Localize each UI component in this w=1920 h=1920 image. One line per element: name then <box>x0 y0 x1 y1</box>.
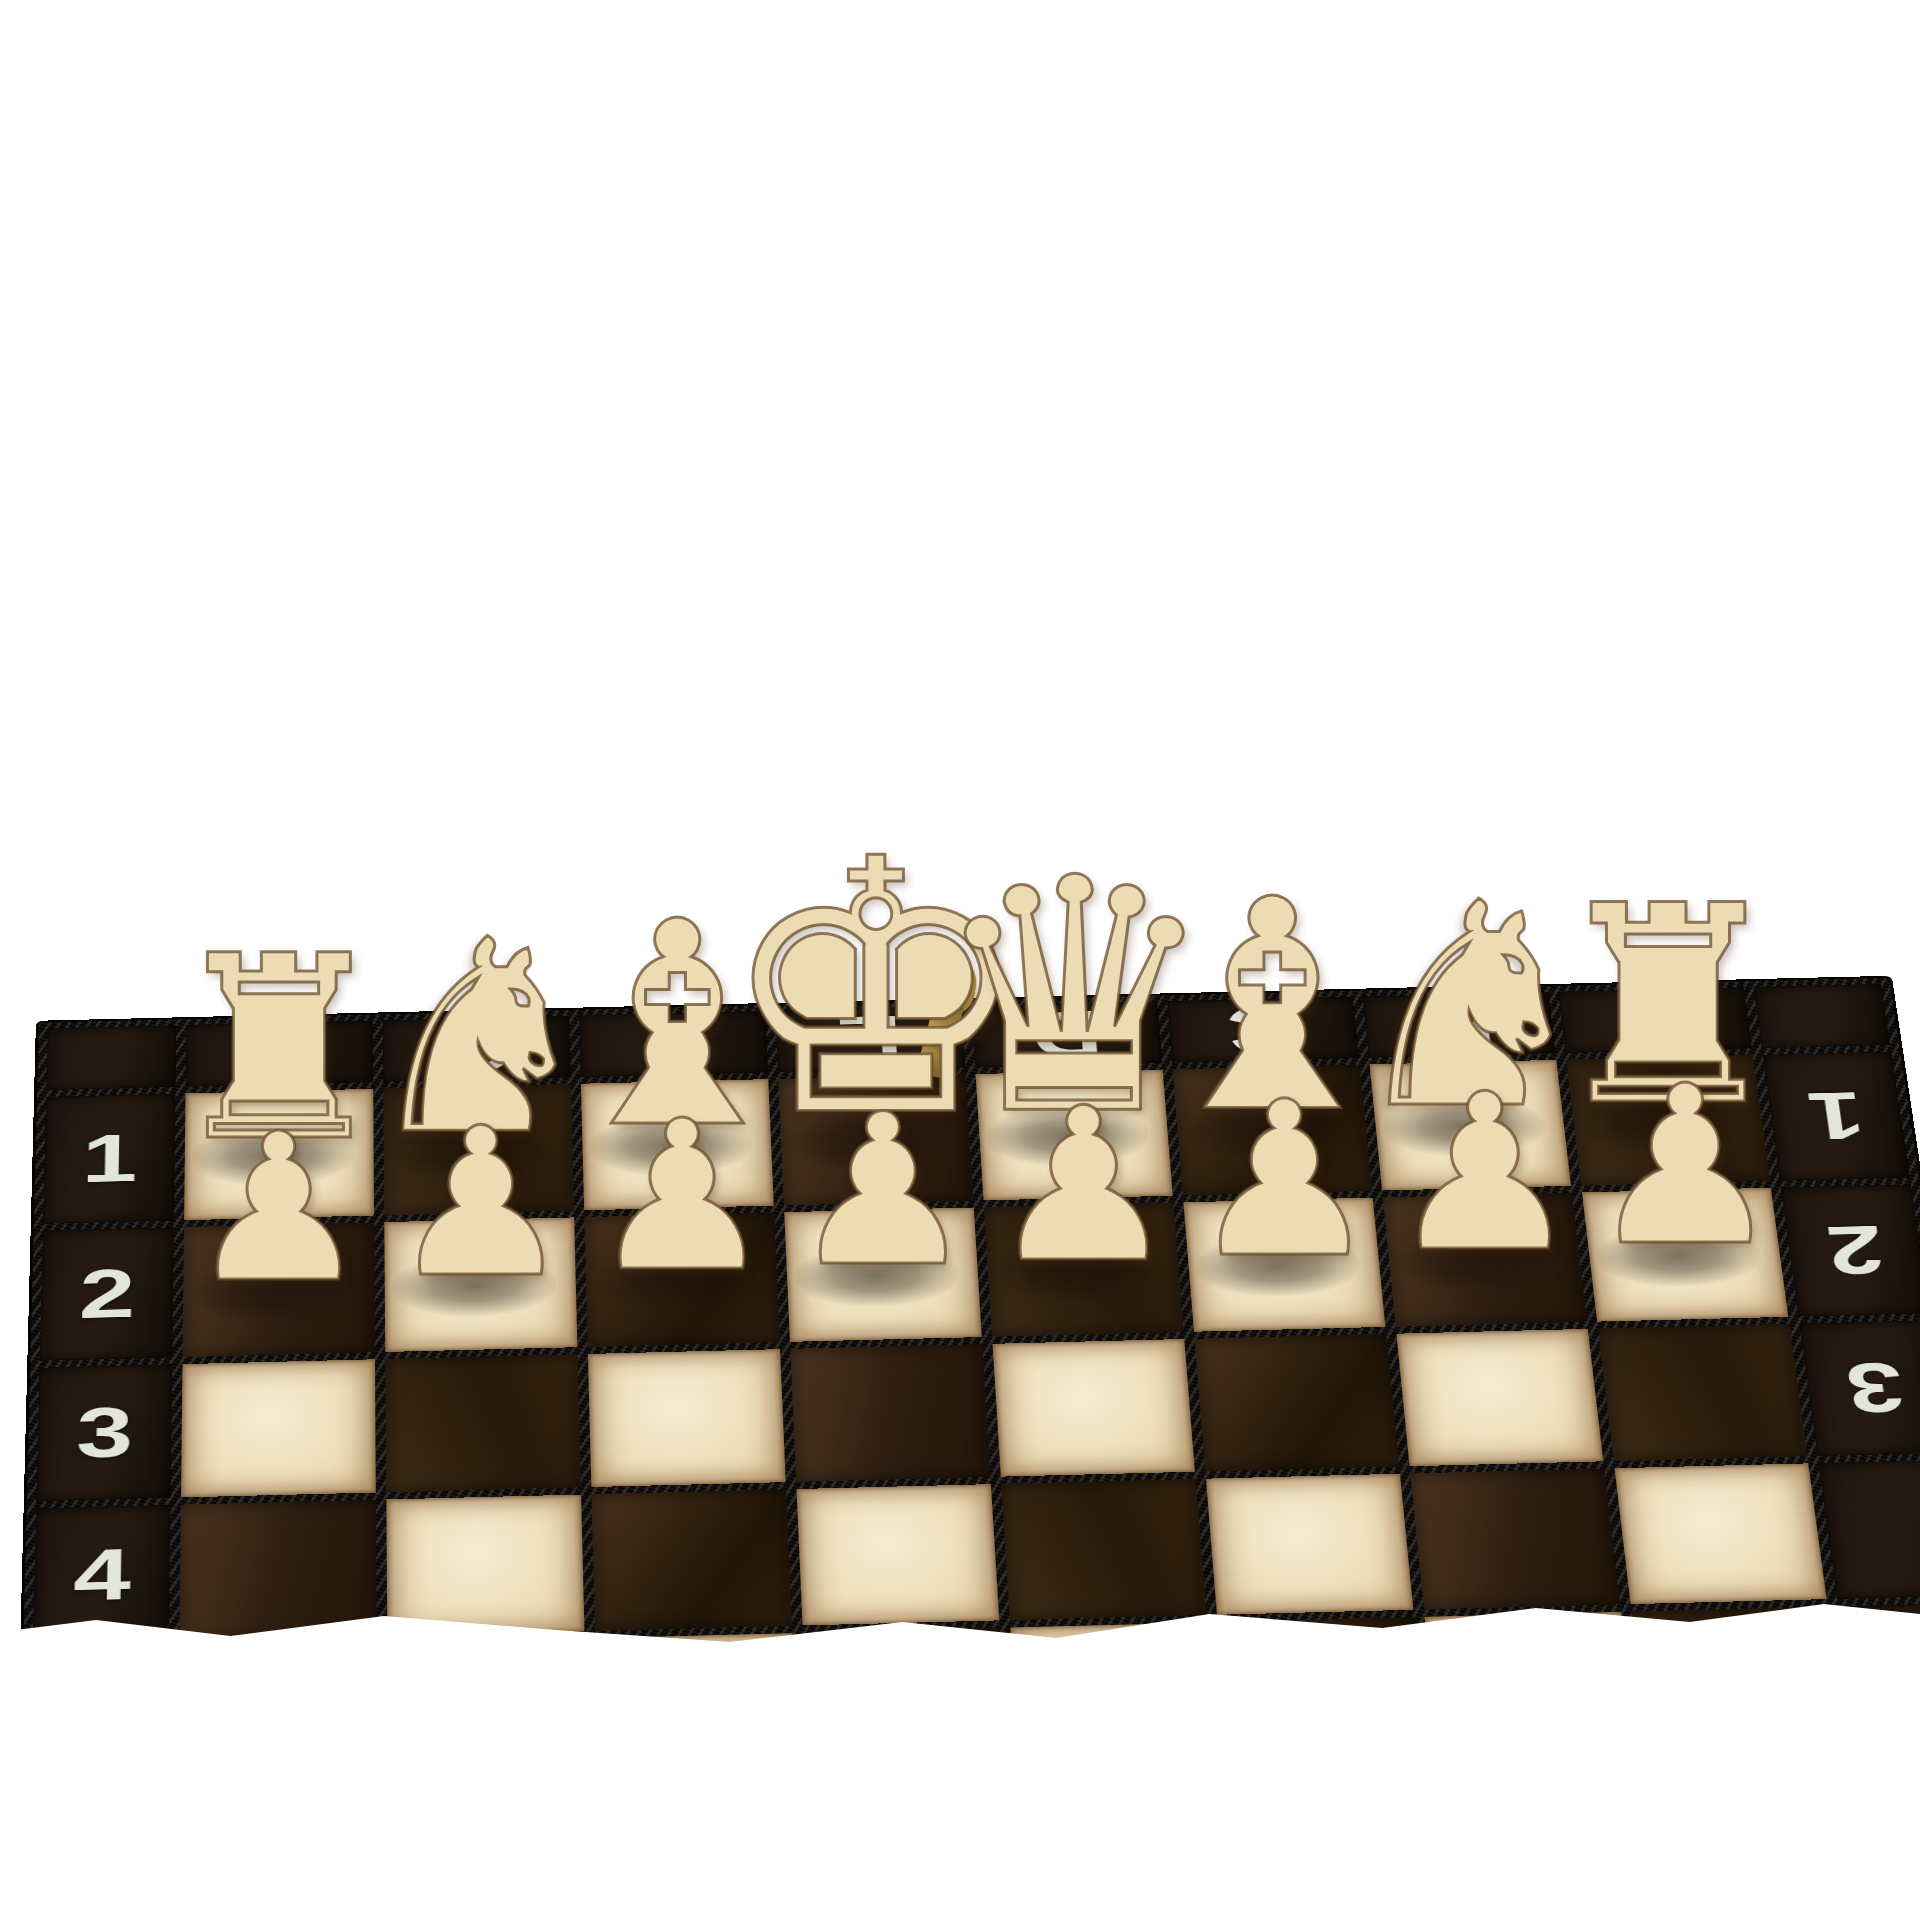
square-c4 <box>1206 1474 1413 1615</box>
file-label-e: E <box>775 1006 965 1072</box>
file-label-c: C <box>1167 997 1359 1063</box>
square-h4 <box>179 1500 376 1642</box>
square-h1 <box>184 1089 374 1220</box>
coordinate-label: B <box>1420 991 1498 1058</box>
piece-shadow <box>392 1254 557 1318</box>
square-h3 <box>181 1359 376 1497</box>
piece-shadow <box>985 1105 1151 1167</box>
piece-shadow <box>589 1115 753 1177</box>
square-d2 <box>984 1203 1184 1337</box>
square-e1 <box>778 1074 973 1205</box>
coordinate-label: H <box>244 1020 315 1087</box>
square-a1 <box>1566 1055 1770 1186</box>
coordinate-label: 2 <box>1822 1215 1887 1284</box>
piece-shadow <box>191 1259 356 1323</box>
rank-label-left-1: 1 <box>43 1094 175 1224</box>
piece-shadow <box>787 1110 952 1172</box>
piece-shadow <box>1578 1090 1747 1152</box>
file-label-b: B <box>1363 992 1556 1058</box>
square-g1 <box>383 1084 574 1215</box>
coordinate-label: 1 <box>1804 1082 1868 1150</box>
coordinate-label: A <box>1615 987 1694 1054</box>
square-f3 <box>588 1349 786 1487</box>
square-d1 <box>976 1069 1173 1200</box>
coordinate-label: 1 <box>81 1124 138 1192</box>
square-c2 <box>1183 1198 1385 1332</box>
file-label-f: F <box>579 1011 768 1077</box>
coordinate-label: 3 <box>1842 1352 1908 1423</box>
piece-shadow <box>593 1249 759 1313</box>
piece-shadow <box>793 1244 960 1308</box>
rank-label-left-3: 3 <box>36 1364 172 1501</box>
square-d3 <box>993 1339 1195 1477</box>
square-e2 <box>784 1208 982 1342</box>
square-h2 <box>183 1222 375 1357</box>
rank-label-right-4 <box>1819 1460 1920 1599</box>
file-label-g: G <box>383 1016 571 1082</box>
square-g4 <box>386 1495 584 1637</box>
square-c1 <box>1173 1065 1372 1196</box>
square-f4 <box>592 1489 792 1630</box>
piece-shadow <box>994 1239 1162 1303</box>
file-label-d: D <box>971 1002 1162 1068</box>
piece-shadow <box>1194 1234 1363 1298</box>
coordinate-label: C <box>1224 996 1301 1063</box>
coordinate-label: 3 <box>76 1397 134 1469</box>
coordinate-label: 2 <box>78 1259 135 1329</box>
file-label-h: H <box>186 1021 374 1087</box>
piece-shadow <box>1394 1229 1564 1293</box>
square-b2 <box>1383 1193 1587 1327</box>
file-label-a: A <box>1558 987 1752 1053</box>
square-c3 <box>1195 1334 1400 1471</box>
rank-label-left-2: 2 <box>40 1227 174 1360</box>
square-g2 <box>384 1217 577 1352</box>
square-b4 <box>1410 1469 1620 1610</box>
border-corner <box>46 1025 176 1090</box>
coordinate-label: F <box>642 1011 704 1078</box>
square-f2 <box>584 1212 779 1346</box>
piece-shadow <box>1183 1100 1350 1162</box>
piece-shadow <box>1594 1224 1765 1287</box>
square-g3 <box>385 1354 581 1492</box>
chess-set-photo: HGFEDCBA1122334 ♜♞♝♚♛♝♞♜♟♟♟♟♟♟♟♟ <box>0 0 1920 1920</box>
border-corner <box>1754 984 1891 1048</box>
square-e3 <box>790 1344 990 1482</box>
photo-crop-edge <box>0 1598 1920 1920</box>
square-f1 <box>581 1079 774 1210</box>
piece-shadow <box>192 1124 355 1186</box>
rank-label-right-3: 3 <box>1800 1320 1920 1456</box>
coordinate-label: D <box>1029 1001 1105 1068</box>
rank-label-right-2: 2 <box>1781 1184 1920 1316</box>
piece-shadow <box>1381 1095 1549 1157</box>
square-a3 <box>1598 1324 1807 1461</box>
coordinate-label: G <box>438 1015 516 1082</box>
square-b1 <box>1370 1060 1571 1191</box>
square-e4 <box>797 1484 1000 1625</box>
rank-label-right-1: 1 <box>1763 1052 1910 1181</box>
square-a4 <box>1615 1463 1827 1604</box>
piece-shadow <box>391 1120 554 1182</box>
coordinate-label: E <box>836 1006 905 1073</box>
coordinate-label: 4 <box>73 1538 132 1612</box>
square-b3 <box>1396 1329 1603 1466</box>
square-d4 <box>1001 1479 1206 1620</box>
square-a2 <box>1582 1188 1788 1322</box>
